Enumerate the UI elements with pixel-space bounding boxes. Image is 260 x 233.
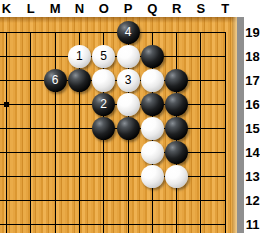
row-label-13: 13 xyxy=(245,170,259,183)
col-label-O: O xyxy=(99,2,109,15)
row-label-16: 16 xyxy=(245,98,259,111)
row-label-11: 11 xyxy=(246,218,260,231)
col-label-S: S xyxy=(197,2,206,15)
row-label-18: 18 xyxy=(245,50,259,63)
row-label-14: 14 xyxy=(245,146,259,159)
col-label-P: P xyxy=(124,2,133,15)
row-label-15: 15 xyxy=(245,122,259,135)
col-label-T: T xyxy=(221,2,229,15)
col-label-R: R xyxy=(172,2,181,15)
coordinate-labels-layer: KLMNOPQRST191817161514131211 xyxy=(0,0,260,233)
col-label-K: K xyxy=(2,2,11,15)
col-label-Q: Q xyxy=(147,2,157,15)
col-label-M: M xyxy=(50,2,61,15)
row-label-17: 17 xyxy=(245,74,259,87)
col-label-L: L xyxy=(27,2,35,15)
row-label-12: 12 xyxy=(245,194,259,207)
col-label-N: N xyxy=(75,2,84,15)
go-diagram-panel: 415632 KLMNOPQRST191817161514131211 xyxy=(0,0,260,233)
row-label-19: 19 xyxy=(245,26,259,39)
